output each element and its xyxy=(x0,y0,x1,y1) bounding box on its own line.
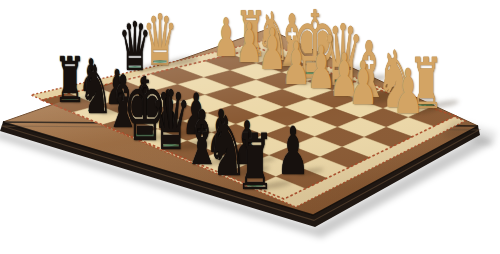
chess-set-product-photo: ♜♟♞♟♛♝♟♛♚♛♟♟♟♝♟♜♟♟♞♜♞♟♟♝♟♟♚♛♟♝♟♞♟♜ xyxy=(0,0,500,254)
white-pawn[interactable]: ♟ xyxy=(393,61,424,123)
black-rook[interactable]: ♜ xyxy=(236,124,274,201)
black-pawn[interactable]: ♟ xyxy=(277,119,310,185)
white-pawn[interactable]: ♟ xyxy=(348,53,378,113)
